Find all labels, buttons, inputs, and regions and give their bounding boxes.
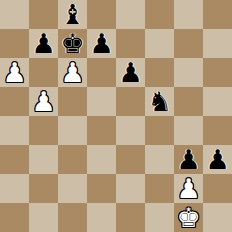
square-e8[interactable] (116, 0, 145, 29)
square-d4[interactable] (87, 116, 116, 145)
square-d7[interactable]: ♟ (87, 29, 116, 58)
square-g1[interactable]: ♚ (174, 203, 203, 232)
square-f6[interactable] (145, 58, 174, 87)
square-g6[interactable] (174, 58, 203, 87)
square-a8[interactable] (0, 0, 29, 29)
square-a7[interactable] (0, 29, 29, 58)
piece-black-pawn[interactable]: ♟ (29, 29, 58, 58)
square-c4[interactable] (58, 116, 87, 145)
chess-board-wrapper: ♝♟♚♟♟♟♟♟♞♟♟♟♚ (0, 0, 232, 232)
square-b3[interactable] (29, 145, 58, 174)
square-c6[interactable]: ♟ (58, 58, 87, 87)
square-d6[interactable] (87, 58, 116, 87)
square-c3[interactable] (58, 145, 87, 174)
piece-black-pawn[interactable]: ♟ (87, 29, 116, 58)
square-g3[interactable]: ♟ (174, 145, 203, 174)
square-h7[interactable] (203, 29, 232, 58)
square-c1[interactable] (58, 203, 87, 232)
square-f8[interactable] (145, 0, 174, 29)
square-h8[interactable] (203, 0, 232, 29)
square-a5[interactable] (0, 87, 29, 116)
square-a6[interactable]: ♟ (0, 58, 29, 87)
piece-black-bishop[interactable]: ♝ (58, 0, 87, 29)
piece-white-pawn[interactable]: ♟ (29, 87, 58, 116)
square-f5[interactable]: ♞ (145, 87, 174, 116)
square-e5[interactable] (116, 87, 145, 116)
square-a4[interactable] (0, 116, 29, 145)
square-a2[interactable] (0, 174, 29, 203)
square-c8[interactable]: ♝ (58, 0, 87, 29)
square-e4[interactable] (116, 116, 145, 145)
square-d1[interactable] (87, 203, 116, 232)
square-b8[interactable] (29, 0, 58, 29)
square-h5[interactable] (203, 87, 232, 116)
square-f2[interactable] (145, 174, 174, 203)
square-b7[interactable]: ♟ (29, 29, 58, 58)
square-g2[interactable]: ♟ (174, 174, 203, 203)
square-g7[interactable] (174, 29, 203, 58)
square-e2[interactable] (116, 174, 145, 203)
square-b4[interactable] (29, 116, 58, 145)
square-d5[interactable] (87, 87, 116, 116)
square-h1[interactable] (203, 203, 232, 232)
square-e1[interactable] (116, 203, 145, 232)
square-c5[interactable] (58, 87, 87, 116)
square-f3[interactable] (145, 145, 174, 174)
square-h4[interactable] (203, 116, 232, 145)
chess-board: ♝♟♚♟♟♟♟♟♞♟♟♟♚ (0, 0, 232, 232)
square-g4[interactable] (174, 116, 203, 145)
square-a1[interactable] (0, 203, 29, 232)
square-d3[interactable] (87, 145, 116, 174)
square-g8[interactable] (174, 0, 203, 29)
square-b5[interactable]: ♟ (29, 87, 58, 116)
square-e6[interactable]: ♟ (116, 58, 145, 87)
piece-black-pawn[interactable]: ♟ (174, 145, 203, 174)
square-b6[interactable] (29, 58, 58, 87)
square-b1[interactable] (29, 203, 58, 232)
square-b2[interactable] (29, 174, 58, 203)
piece-black-pawn[interactable]: ♟ (203, 145, 232, 174)
square-d8[interactable] (87, 0, 116, 29)
piece-black-pawn[interactable]: ♟ (116, 58, 145, 87)
square-h3[interactable]: ♟ (203, 145, 232, 174)
square-e3[interactable] (116, 145, 145, 174)
square-f4[interactable] (145, 116, 174, 145)
piece-black-king[interactable]: ♚ (58, 29, 87, 58)
square-f7[interactable] (145, 29, 174, 58)
piece-white-pawn[interactable]: ♟ (174, 174, 203, 203)
square-c2[interactable] (58, 174, 87, 203)
square-d2[interactable] (87, 174, 116, 203)
square-f1[interactable] (145, 203, 174, 232)
square-h2[interactable] (203, 174, 232, 203)
piece-black-knight[interactable]: ♞ (145, 87, 174, 116)
piece-white-pawn[interactable]: ♟ (0, 58, 29, 87)
square-a3[interactable] (0, 145, 29, 174)
piece-white-pawn[interactable]: ♟ (58, 58, 87, 87)
piece-white-king[interactable]: ♚ (174, 203, 203, 232)
square-h6[interactable] (203, 58, 232, 87)
square-g5[interactable] (174, 87, 203, 116)
square-c7[interactable]: ♚ (58, 29, 87, 58)
square-e7[interactable] (116, 29, 145, 58)
